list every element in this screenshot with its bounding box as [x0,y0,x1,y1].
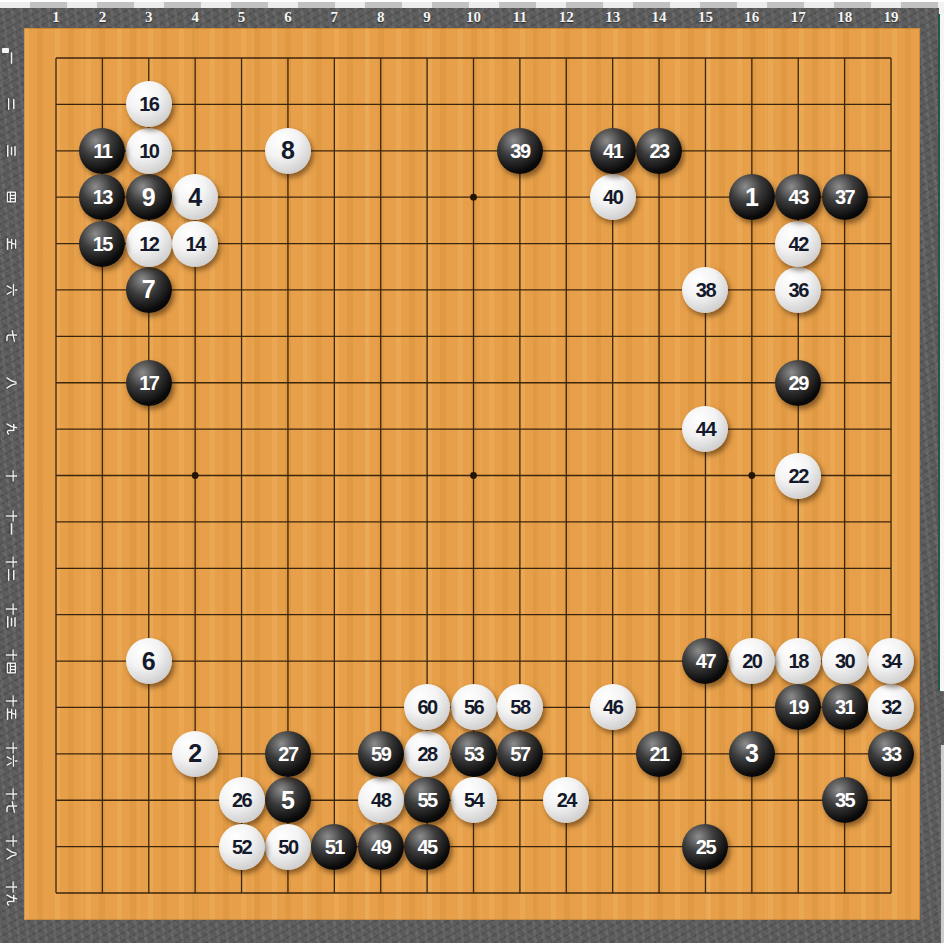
stone-move-41-black[interactable]: 41 [590,128,636,174]
column-label-3: 3 [134,9,164,26]
stone-move-1-black[interactable]: 1 [729,174,775,220]
row-label-15 [0,693,26,721]
stone-move-42-white[interactable]: 42 [775,221,821,267]
column-label-16: 16 [737,9,767,26]
stone-move-50-white[interactable]: 50 [265,824,311,870]
kanji-numeral-glyph [6,377,19,389]
kanji-numeral-glyph [6,708,19,720]
column-label-9: 9 [412,9,442,26]
stone-move-7-black[interactable]: 7 [126,267,172,313]
stone-move-51-black[interactable]: 51 [311,824,357,870]
kanji-numeral-glyph [6,52,19,64]
stone-move-29-black[interactable]: 29 [775,360,821,406]
row-label-13 [0,601,26,629]
column-label-2: 2 [87,9,117,26]
stone-move-46-white[interactable]: 46 [590,684,636,730]
stone-move-4-white[interactable]: 4 [172,174,218,220]
kanji-numeral-glyph [6,284,19,296]
column-label-19: 19 [876,9,906,26]
kanji-numeral-glyph [6,881,19,893]
row-label-16 [0,740,26,768]
row-label-8 [0,369,26,397]
column-label-13: 13 [598,9,628,26]
kanji-numeral-glyph [6,834,19,846]
stone-move-18-white[interactable]: 18 [775,638,821,684]
kanji-numeral-glyph [6,801,19,813]
stone-move-53-black[interactable]: 53 [451,731,497,777]
kanji-numeral-glyph [6,894,19,906]
row-label-17 [0,786,26,814]
stone-move-36-white[interactable]: 36 [775,267,821,313]
stone-move-15-black[interactable]: 15 [79,221,125,267]
stone-move-33-black[interactable]: 33 [868,731,914,777]
stone-move-54-white[interactable]: 54 [451,777,497,823]
row-label-19 [0,879,26,907]
kanji-numeral-glyph [6,470,19,482]
stone-move-57-black[interactable]: 57 [497,731,543,777]
stone-move-28-white[interactable]: 28 [404,731,450,777]
kanji-numeral-glyph [6,602,19,614]
column-label-1: 1 [41,9,71,26]
stone-move-48-white[interactable]: 48 [358,777,404,823]
stone-move-37-black[interactable]: 37 [822,174,868,220]
stone-move-16-white[interactable]: 16 [126,81,172,127]
kanji-numeral-glyph [6,754,19,766]
star-point [748,472,755,479]
stone-move-8-white[interactable]: 8 [265,128,311,174]
stone-move-11-black[interactable]: 11 [79,128,125,174]
row-label-2 [0,90,26,118]
stone-move-59-black[interactable]: 59 [358,731,404,777]
kanji-numeral-glyph [6,556,19,568]
stone-move-10-white[interactable]: 10 [126,128,172,174]
kanji-numeral-glyph [6,788,19,800]
stone-move-27-black[interactable]: 27 [265,731,311,777]
stone-move-56-white[interactable]: 56 [451,684,497,730]
kanji-numeral-glyph [6,423,19,435]
row-label-7 [0,322,26,350]
column-label-14: 14 [644,9,674,26]
stone-move-31-black[interactable]: 31 [822,684,868,730]
kanji-numeral-glyph [6,569,19,581]
kanji-numeral-glyph [6,615,19,627]
column-label-18: 18 [830,9,860,26]
stone-move-52-white[interactable]: 52 [219,824,265,870]
right-edge-window-sliver-green [938,14,944,691]
column-label-11: 11 [505,9,535,26]
row-label-3 [0,137,26,165]
stone-move-9-black[interactable]: 9 [126,174,172,220]
stone-move-14-white[interactable]: 14 [172,221,218,267]
column-label-4: 4 [180,9,210,26]
column-label-17: 17 [783,9,813,26]
stone-move-30-white[interactable]: 30 [822,638,868,684]
stone-move-26-white[interactable]: 26 [219,777,265,823]
kanji-numeral-glyph [6,847,19,859]
stone-move-35-black[interactable]: 35 [822,777,868,823]
stone-move-17-black[interactable]: 17 [126,360,172,406]
column-label-5: 5 [227,9,257,26]
stone-move-22-white[interactable]: 22 [775,453,821,499]
kanji-numeral-glyph [6,238,19,250]
stone-move-45-black[interactable]: 45 [404,824,450,870]
row-label-18 [0,833,26,861]
row-label-5 [0,230,26,258]
column-label-10: 10 [459,9,489,26]
kanji-numeral-glyph [6,191,19,203]
stone-move-23-black[interactable]: 23 [636,128,682,174]
row-label-1 [0,44,26,72]
stone-move-39-black[interactable]: 39 [497,128,543,174]
column-label-12: 12 [551,9,581,26]
stone-move-25-black[interactable]: 25 [682,824,728,870]
row-label-14 [0,647,26,675]
kanji-numeral-glyph [6,649,19,661]
kanji-numeral-glyph [6,145,19,157]
kanji-numeral-glyph [6,741,19,753]
stone-move-34-white[interactable]: 34 [868,638,914,684]
column-label-15: 15 [690,9,720,26]
stone-move-12-white[interactable]: 12 [126,221,172,267]
stone-move-20-white[interactable]: 20 [729,638,775,684]
right-edge-window-sliver-top [939,2,944,14]
row-label-4 [0,183,26,211]
kanji-numeral-glyph [6,98,19,110]
row-label-6 [0,276,26,304]
stone-move-6-white[interactable]: 6 [126,638,172,684]
star-point [470,194,477,201]
kanji-numeral-glyph [6,695,19,707]
stone-move-49-black[interactable]: 49 [358,824,404,870]
kanji-numeral-glyph [6,662,19,674]
column-label-6: 6 [273,9,303,26]
stone-move-2-white[interactable]: 2 [172,731,218,777]
kanji-numeral-glyph [6,509,19,521]
kanji-numeral-glyph [6,522,19,534]
row-label-9 [0,415,26,443]
star-point [192,472,199,479]
stone-move-3-black[interactable]: 3 [729,731,775,777]
kanji-numeral-glyph [6,330,19,342]
row-label-10 [0,462,26,490]
column-label-7: 7 [319,9,349,26]
row-label-11 [0,508,26,536]
go-game-record-screen: 12345678910111213141516171819 1234567891… [0,0,944,943]
row-label-12 [0,554,26,582]
column-label-8: 8 [366,9,396,26]
stone-move-5-black[interactable]: 5 [265,777,311,823]
stone-move-21-black[interactable]: 21 [636,731,682,777]
star-point [470,472,477,479]
stone-move-40-white[interactable]: 40 [590,174,636,220]
